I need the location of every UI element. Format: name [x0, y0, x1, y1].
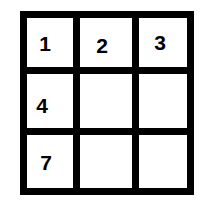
grid-cell-r1c3: 3: [139, 18, 187, 67]
grid-cell-r3c3: [139, 135, 187, 188]
cell-digit: 1: [39, 33, 51, 54]
grid-cell-r2c2: [80, 74, 132, 128]
grid-cell-r1c2: 2: [80, 18, 132, 67]
cell-digit: 4: [36, 95, 48, 116]
grid-cell-r2c1: 4: [27, 74, 73, 128]
page: 1 2 3 4 7: [0, 0, 213, 216]
grid-cell-r3c2: [80, 135, 132, 188]
cell-digit: 7: [40, 152, 52, 173]
cell-digit: 2: [96, 35, 108, 56]
grid-cell-r1c1: 1: [27, 18, 73, 67]
grid-board: 1 2 3 4 7: [20, 11, 194, 195]
grid-cell-r2c3: [139, 74, 187, 128]
cell-digit: 3: [154, 32, 166, 53]
grid-cell-r3c1: 7: [27, 135, 73, 188]
